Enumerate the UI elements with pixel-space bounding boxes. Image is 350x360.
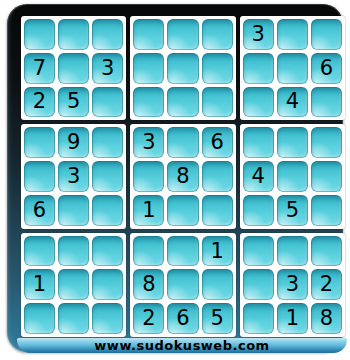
cell-r6c9[interactable]	[311, 195, 342, 226]
cell-r3c3[interactable]	[92, 87, 123, 118]
given-digit: 2	[33, 91, 46, 112]
cell-r3c6[interactable]	[202, 87, 233, 118]
cell-r4c8[interactable]	[277, 127, 308, 158]
cell-r6c2[interactable]	[58, 195, 89, 226]
cell-r5c9[interactable]	[311, 161, 342, 192]
cell-r8c3[interactable]	[92, 269, 123, 300]
board-frame: 73253649363681451182653218 www.sudokuswe…	[7, 4, 343, 352]
cell-r5c8[interactable]	[277, 161, 308, 192]
cell-r1c4[interactable]	[133, 19, 164, 50]
cell-r6c4[interactable]: 1	[133, 195, 164, 226]
cell-r6c6[interactable]	[202, 195, 233, 226]
box-r2c3: 45	[240, 124, 345, 228]
cell-r7c4[interactable]	[133, 236, 164, 267]
cell-r6c7[interactable]	[243, 195, 274, 226]
cell-r4c1[interactable]	[24, 127, 55, 158]
cell-r3c9[interactable]	[311, 87, 342, 118]
given-digit: 3	[67, 166, 80, 187]
footer-bar: www.sudokusweb.com	[17, 338, 347, 353]
cell-r3c2[interactable]: 5	[58, 87, 89, 118]
cell-r9c8[interactable]: 1	[277, 303, 308, 334]
given-digit: 5	[67, 91, 80, 112]
box-r3c3: 3218	[240, 233, 345, 337]
cell-r8c4[interactable]: 8	[133, 269, 164, 300]
cell-r4c5[interactable]	[167, 127, 198, 158]
cell-r7c5[interactable]	[167, 236, 198, 267]
box-r2c1: 936	[21, 124, 126, 228]
cell-r7c3[interactable]	[92, 236, 123, 267]
cell-r8c8[interactable]: 3	[277, 269, 308, 300]
cell-r2c9[interactable]: 6	[311, 53, 342, 84]
cell-r1c2[interactable]	[58, 19, 89, 50]
cell-r9c2[interactable]	[58, 303, 89, 334]
cell-r5c6[interactable]	[202, 161, 233, 192]
cell-r2c1[interactable]: 7	[24, 53, 55, 84]
given-digit: 1	[33, 274, 46, 295]
cell-r7c6[interactable]: 1	[202, 236, 233, 267]
site-url: www.sudokusweb.com	[94, 339, 269, 352]
cell-r3c5[interactable]	[167, 87, 198, 118]
cell-r1c9[interactable]	[311, 19, 342, 50]
cell-r4c9[interactable]	[311, 127, 342, 158]
given-digit: 2	[142, 308, 155, 329]
cell-r9c3[interactable]	[92, 303, 123, 334]
cell-r8c5[interactable]	[167, 269, 198, 300]
sudoku-board: 73253649363681451182653218	[21, 16, 345, 337]
cell-r8c6[interactable]	[202, 269, 233, 300]
given-digit: 3	[142, 132, 155, 153]
cell-r8c2[interactable]	[58, 269, 89, 300]
cell-r4c6[interactable]: 6	[202, 127, 233, 158]
cell-r2c2[interactable]	[58, 53, 89, 84]
given-digit: 1	[286, 308, 299, 329]
cell-r7c7[interactable]	[243, 236, 274, 267]
cell-r9c4[interactable]: 2	[133, 303, 164, 334]
given-digit: 6	[320, 58, 333, 79]
cell-r9c9[interactable]: 8	[311, 303, 342, 334]
given-digit: 3	[252, 24, 265, 45]
box-r1c3: 364	[240, 16, 345, 120]
cell-r2c5[interactable]	[167, 53, 198, 84]
cell-r4c4[interactable]: 3	[133, 127, 164, 158]
cell-r4c3[interactable]	[92, 127, 123, 158]
box-r3c2: 18265	[130, 233, 235, 337]
given-digit: 3	[286, 274, 299, 295]
cell-r3c7[interactable]	[243, 87, 274, 118]
cell-r7c1[interactable]	[24, 236, 55, 267]
cell-r9c1[interactable]	[24, 303, 55, 334]
cell-r1c7[interactable]: 3	[243, 19, 274, 50]
cell-r5c3[interactable]	[92, 161, 123, 192]
cell-r6c3[interactable]	[92, 195, 123, 226]
box-r1c1: 7325	[21, 16, 126, 120]
cell-r3c1[interactable]: 2	[24, 87, 55, 118]
cell-r9c6[interactable]: 5	[202, 303, 233, 334]
cell-r2c3[interactable]: 3	[92, 53, 123, 84]
given-digit: 5	[210, 308, 223, 329]
cell-r5c4[interactable]	[133, 161, 164, 192]
given-digit: 5	[286, 200, 299, 221]
cell-r8c9[interactable]: 2	[311, 269, 342, 300]
given-digit: 8	[142, 274, 155, 295]
cell-r6c5[interactable]	[167, 195, 198, 226]
cell-r1c1[interactable]	[24, 19, 55, 50]
cell-r5c2[interactable]: 3	[58, 161, 89, 192]
given-digit: 4	[286, 91, 299, 112]
cell-r6c1[interactable]: 6	[24, 195, 55, 226]
given-digit: 1	[142, 200, 155, 221]
cell-r8c1[interactable]: 1	[24, 269, 55, 300]
box-r2c2: 3681	[130, 124, 235, 228]
given-digit: 2	[320, 274, 333, 295]
given-digit: 1	[210, 241, 223, 262]
cell-r7c8[interactable]	[277, 236, 308, 267]
cell-r5c7[interactable]: 4	[243, 161, 274, 192]
given-digit: 6	[176, 308, 189, 329]
cell-r4c2[interactable]: 9	[58, 127, 89, 158]
cell-r1c3[interactable]	[92, 19, 123, 50]
cell-r3c4[interactable]	[133, 87, 164, 118]
cell-r5c1[interactable]	[24, 161, 55, 192]
cell-r6c8[interactable]: 5	[277, 195, 308, 226]
cell-r3c8[interactable]: 4	[277, 87, 308, 118]
box-r3c1: 1	[21, 233, 126, 337]
cell-r1c6[interactable]	[202, 19, 233, 50]
given-digit: 7	[33, 58, 46, 79]
cell-r8c7[interactable]	[243, 269, 274, 300]
cell-r2c8[interactable]	[277, 53, 308, 84]
cell-r9c5[interactable]: 6	[167, 303, 198, 334]
box-r1c2	[130, 16, 235, 120]
cell-r2c6[interactable]	[202, 53, 233, 84]
cell-r9c7[interactable]	[243, 303, 274, 334]
given-digit: 3	[101, 58, 114, 79]
cell-r2c7[interactable]	[243, 53, 274, 84]
given-digit: 4	[252, 166, 265, 187]
cell-r7c2[interactable]	[58, 236, 89, 267]
cell-r1c8[interactable]	[277, 19, 308, 50]
cell-r4c7[interactable]	[243, 127, 274, 158]
given-digit: 9	[67, 132, 80, 153]
given-digit: 8	[176, 166, 189, 187]
given-digit: 6	[33, 200, 46, 221]
cell-r7c9[interactable]	[311, 236, 342, 267]
cell-r5c5[interactable]: 8	[167, 161, 198, 192]
given-digit: 8	[320, 308, 333, 329]
given-digit: 6	[210, 132, 223, 153]
cell-r1c5[interactable]	[167, 19, 198, 50]
cell-r2c4[interactable]	[133, 53, 164, 84]
